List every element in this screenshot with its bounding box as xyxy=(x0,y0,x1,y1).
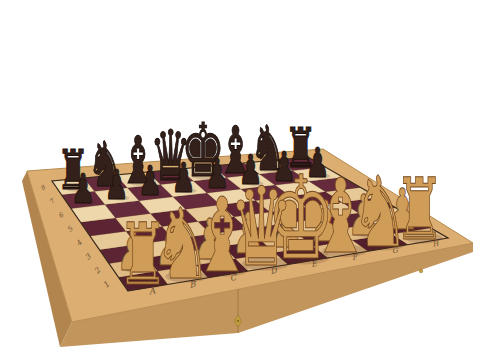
brass-clasp-pin-icon xyxy=(237,320,240,323)
brass-hinge-icon xyxy=(419,269,423,273)
piece-black-pawn-a7: ♟ xyxy=(71,165,96,212)
chessboard: 12345678ABCDEFGH♜♞♝♚♛♝♞♜♟♟♟♟♟♟♟♟♟♟♟♟♟♟♟♟… xyxy=(0,0,480,360)
piece-black-pawn-b7: ♟ xyxy=(104,161,129,208)
piece-white-rook-a1: ♜ xyxy=(117,205,168,304)
chess-set-photo: 12345678ABCDEFGH♜♞♝♚♛♝♞♜♟♟♟♟♟♟♟♟♟♟♟♟♟♟♟♟… xyxy=(0,0,480,360)
